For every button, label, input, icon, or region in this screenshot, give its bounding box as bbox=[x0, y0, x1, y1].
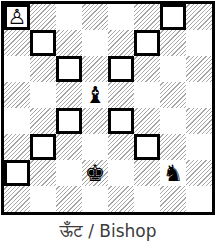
square-e1 bbox=[108, 186, 134, 212]
square-c5 bbox=[56, 82, 82, 108]
square-b1 bbox=[30, 186, 56, 212]
square-h7 bbox=[186, 30, 212, 56]
square-b4 bbox=[30, 108, 56, 134]
square-c4 bbox=[56, 108, 82, 134]
highlight-b7 bbox=[30, 30, 56, 56]
square-a7 bbox=[4, 30, 30, 56]
highlight-g8 bbox=[160, 4, 186, 30]
square-d6 bbox=[82, 56, 108, 82]
square-c2 bbox=[56, 160, 82, 186]
square-f1 bbox=[134, 186, 160, 212]
square-h4 bbox=[186, 108, 212, 134]
highlight-f7 bbox=[134, 30, 160, 56]
highlight-c6 bbox=[56, 56, 82, 82]
square-b3 bbox=[30, 134, 56, 160]
square-c8 bbox=[56, 4, 82, 30]
square-g4 bbox=[160, 108, 186, 134]
square-f4 bbox=[134, 108, 160, 134]
square-g1 bbox=[160, 186, 186, 212]
square-h1 bbox=[186, 186, 212, 212]
square-a6 bbox=[4, 56, 30, 82]
square-f8 bbox=[134, 4, 160, 30]
square-e8 bbox=[108, 4, 134, 30]
square-g5 bbox=[160, 82, 186, 108]
square-b2 bbox=[30, 160, 56, 186]
square-g6 bbox=[160, 56, 186, 82]
square-f7 bbox=[134, 30, 160, 56]
square-b7 bbox=[30, 30, 56, 56]
chess-diagram-page: ♙♝♚♞ ऊँट / Bishop bbox=[0, 0, 218, 244]
square-e7 bbox=[108, 30, 134, 56]
square-d4 bbox=[82, 108, 108, 134]
square-e2 bbox=[108, 160, 134, 186]
square-f2 bbox=[134, 160, 160, 186]
square-e5 bbox=[108, 82, 134, 108]
highlight-e4 bbox=[108, 108, 134, 134]
square-b6 bbox=[30, 56, 56, 82]
square-g7 bbox=[160, 30, 186, 56]
square-g2: ♞ bbox=[160, 160, 186, 186]
square-a2 bbox=[4, 160, 30, 186]
chess-board: ♙♝♚♞ bbox=[1, 1, 215, 215]
square-h3 bbox=[186, 134, 212, 160]
square-b8 bbox=[30, 4, 56, 30]
black-knight-g2: ♞ bbox=[160, 160, 186, 186]
square-h6 bbox=[186, 56, 212, 82]
square-h8 bbox=[186, 4, 212, 30]
white-pawn-a8: ♙ bbox=[4, 4, 30, 30]
square-d2: ♚ bbox=[82, 160, 108, 186]
square-d8 bbox=[82, 4, 108, 30]
square-d1 bbox=[82, 186, 108, 212]
square-e3 bbox=[108, 134, 134, 160]
square-e6 bbox=[108, 56, 134, 82]
square-c6 bbox=[56, 56, 82, 82]
square-c1 bbox=[56, 186, 82, 212]
highlight-b3 bbox=[30, 134, 56, 160]
highlight-f3 bbox=[134, 134, 160, 160]
square-h2 bbox=[186, 160, 212, 186]
square-c3 bbox=[56, 134, 82, 160]
square-a3 bbox=[4, 134, 30, 160]
square-f5 bbox=[134, 82, 160, 108]
square-h5 bbox=[186, 82, 212, 108]
black-bishop-d5: ♝ bbox=[82, 82, 108, 108]
black-king-d2: ♚ bbox=[82, 160, 108, 186]
square-a4 bbox=[4, 108, 30, 134]
square-a5 bbox=[4, 82, 30, 108]
square-b5 bbox=[30, 82, 56, 108]
square-f3 bbox=[134, 134, 160, 160]
highlight-e6 bbox=[108, 56, 134, 82]
square-g3 bbox=[160, 134, 186, 160]
square-d3 bbox=[82, 134, 108, 160]
highlight-a2 bbox=[4, 160, 30, 186]
square-g8 bbox=[160, 4, 186, 30]
square-e4 bbox=[108, 108, 134, 134]
square-d5: ♝ bbox=[82, 82, 108, 108]
square-c7 bbox=[56, 30, 82, 56]
highlight-c4 bbox=[56, 108, 82, 134]
square-a8: ♙ bbox=[4, 4, 30, 30]
square-f6 bbox=[134, 56, 160, 82]
square-a1 bbox=[4, 186, 30, 212]
square-d7 bbox=[82, 30, 108, 56]
board-caption: ऊँट / Bishop bbox=[0, 219, 216, 243]
